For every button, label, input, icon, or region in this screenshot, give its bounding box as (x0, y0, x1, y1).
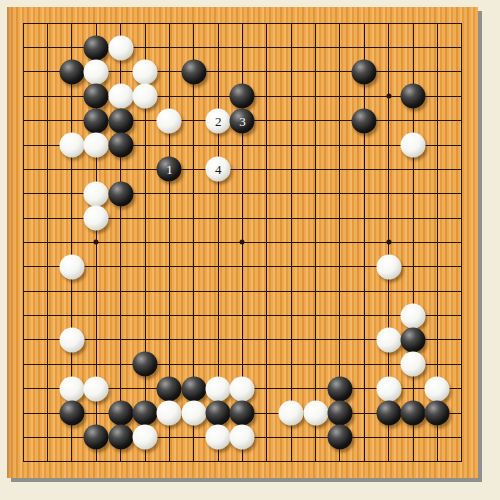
intersection-sl[interactable] (450, 279, 474, 303)
intersection-oh[interactable] (352, 182, 376, 206)
intersection-nk[interactable] (328, 255, 352, 279)
intersection-df[interactable] (84, 133, 108, 157)
intersection-gg[interactable]: 1 (157, 157, 181, 181)
intersection-jk[interactable] (230, 255, 254, 279)
intersection-oa[interactable] (352, 11, 376, 35)
intersection-qi[interactable] (401, 206, 425, 230)
intersection-ck[interactable] (60, 255, 84, 279)
intersection-ch[interactable] (60, 182, 84, 206)
intersection-sd[interactable] (450, 84, 474, 108)
intersection-fe[interactable] (133, 108, 157, 132)
intersection-ks[interactable] (255, 450, 279, 474)
intersection-ic[interactable] (206, 60, 230, 84)
intersection-ln[interactable] (279, 328, 303, 352)
intersection-km[interactable] (255, 303, 279, 327)
intersection-pj[interactable] (377, 230, 401, 254)
intersection-mn[interactable] (303, 328, 327, 352)
intersection-ls[interactable] (279, 450, 303, 474)
intersection-be[interactable] (35, 108, 59, 132)
intersection-ak[interactable] (11, 255, 35, 279)
intersection-rj[interactable] (425, 230, 449, 254)
intersection-lm[interactable] (279, 303, 303, 327)
intersection-cs[interactable] (60, 450, 84, 474)
intersection-rs[interactable] (425, 450, 449, 474)
intersection-ca[interactable] (60, 11, 84, 35)
intersection-hs[interactable] (182, 450, 206, 474)
intersection-jg[interactable] (230, 157, 254, 181)
intersection-mp[interactable] (303, 377, 327, 401)
intersection-db[interactable] (84, 35, 108, 59)
intersection-bb[interactable] (35, 35, 59, 59)
intersection-an[interactable] (11, 328, 35, 352)
intersection-lp[interactable] (279, 377, 303, 401)
intersection-pp[interactable] (377, 377, 401, 401)
intersection-no[interactable] (328, 352, 352, 376)
intersection-kj[interactable] (255, 230, 279, 254)
intersection-oo[interactable] (352, 352, 376, 376)
intersection-dm[interactable] (84, 303, 108, 327)
intersection-ge[interactable] (157, 108, 181, 132)
intersection-pn[interactable] (377, 328, 401, 352)
intersection-fm[interactable] (133, 303, 157, 327)
intersection-hl[interactable] (182, 279, 206, 303)
intersection-as[interactable] (11, 450, 35, 474)
intersection-bl[interactable] (35, 279, 59, 303)
intersection-cr[interactable] (60, 425, 84, 449)
intersection-sb[interactable] (450, 35, 474, 59)
intersection-qh[interactable] (401, 182, 425, 206)
intersection-mg[interactable] (303, 157, 327, 181)
intersection-mf[interactable] (303, 133, 327, 157)
intersection-ee[interactable] (108, 108, 132, 132)
intersection-hk[interactable] (182, 255, 206, 279)
intersection-mr[interactable] (303, 425, 327, 449)
intersection-rg[interactable] (425, 157, 449, 181)
intersection-cm[interactable] (60, 303, 84, 327)
intersection-bg[interactable] (35, 157, 59, 181)
intersection-kp[interactable] (255, 377, 279, 401)
intersection-co[interactable] (60, 352, 84, 376)
intersection-ng[interactable] (328, 157, 352, 181)
intersection-sp[interactable] (450, 377, 474, 401)
intersection-hp[interactable] (182, 377, 206, 401)
intersection-mc[interactable] (303, 60, 327, 84)
intersection-cl[interactable] (60, 279, 84, 303)
intersection-si[interactable] (450, 206, 474, 230)
intersection-di[interactable] (84, 206, 108, 230)
intersection-fg[interactable] (133, 157, 157, 181)
intersection-fd[interactable] (133, 84, 157, 108)
intersection-ga[interactable] (157, 11, 181, 35)
intersection-ff[interactable] (133, 133, 157, 157)
intersection-dq[interactable] (84, 401, 108, 425)
intersection-pb[interactable] (377, 35, 401, 59)
intersection-nn[interactable] (328, 328, 352, 352)
intersection-ih[interactable] (206, 182, 230, 206)
intersection-fr[interactable] (133, 425, 157, 449)
intersection-oj[interactable] (352, 230, 376, 254)
intersection-lq[interactable] (279, 401, 303, 425)
intersection-pl[interactable] (377, 279, 401, 303)
intersection-en[interactable] (108, 328, 132, 352)
intersection-il[interactable] (206, 279, 230, 303)
intersection-ed[interactable] (108, 84, 132, 108)
intersection-fn[interactable] (133, 328, 157, 352)
intersection-gk[interactable] (157, 255, 181, 279)
intersection-nf[interactable] (328, 133, 352, 157)
intersection-cd[interactable] (60, 84, 84, 108)
intersection-ok[interactable] (352, 255, 376, 279)
intersection-kb[interactable] (255, 35, 279, 59)
intersection-kf[interactable] (255, 133, 279, 157)
intersection-bk[interactable] (35, 255, 59, 279)
intersection-ij[interactable] (206, 230, 230, 254)
intersection-ji[interactable] (230, 206, 254, 230)
intersection-cg[interactable] (60, 157, 84, 181)
intersection-fh[interactable] (133, 182, 157, 206)
intersection-fk[interactable] (133, 255, 157, 279)
intersection-ie[interactable]: 2 (206, 108, 230, 132)
intersection-bh[interactable] (35, 182, 59, 206)
intersection-ld[interactable] (279, 84, 303, 108)
intersection-gc[interactable] (157, 60, 181, 84)
intersection-ad[interactable] (11, 84, 35, 108)
intersection-es[interactable] (108, 450, 132, 474)
intersection-ej[interactable] (108, 230, 132, 254)
intersection-rn[interactable] (425, 328, 449, 352)
intersection-rk[interactable] (425, 255, 449, 279)
intersection-ll[interactable] (279, 279, 303, 303)
intersection-rq[interactable] (425, 401, 449, 425)
intersection-mi[interactable] (303, 206, 327, 230)
intersection-sk[interactable] (450, 255, 474, 279)
intersection-pi[interactable] (377, 206, 401, 230)
intersection-hj[interactable] (182, 230, 206, 254)
intersection-gq[interactable] (157, 401, 181, 425)
intersection-lr[interactable] (279, 425, 303, 449)
intersection-nq[interactable] (328, 401, 352, 425)
intersection-re[interactable] (425, 108, 449, 132)
intersection-pr[interactable] (377, 425, 401, 449)
intersection-ef[interactable] (108, 133, 132, 157)
intersection-he[interactable] (182, 108, 206, 132)
intersection-qk[interactable] (401, 255, 425, 279)
intersection-pk[interactable] (377, 255, 401, 279)
intersection-lk[interactable] (279, 255, 303, 279)
intersection-ab[interactable] (11, 35, 35, 59)
intersection-kh[interactable] (255, 182, 279, 206)
intersection-dc[interactable] (84, 60, 108, 84)
intersection-dp[interactable] (84, 377, 108, 401)
intersection-rl[interactable] (425, 279, 449, 303)
intersection-ag[interactable] (11, 157, 35, 181)
intersection-bs[interactable] (35, 450, 59, 474)
intersection-im[interactable] (206, 303, 230, 327)
intersection-dj[interactable] (84, 230, 108, 254)
intersection-jj[interactable] (230, 230, 254, 254)
intersection-iq[interactable] (206, 401, 230, 425)
intersection-nc[interactable] (328, 60, 352, 84)
intersection-nr[interactable] (328, 425, 352, 449)
intersection-lf[interactable] (279, 133, 303, 157)
intersection-ps[interactable] (377, 450, 401, 474)
intersection-of[interactable] (352, 133, 376, 157)
intersection-oi[interactable] (352, 206, 376, 230)
intersection-jh[interactable] (230, 182, 254, 206)
intersection-ap[interactable] (11, 377, 35, 401)
intersection-nj[interactable] (328, 230, 352, 254)
intersection-ro[interactable] (425, 352, 449, 376)
intersection-pm[interactable] (377, 303, 401, 327)
intersection-pc[interactable] (377, 60, 401, 84)
intersection-dd[interactable] (84, 84, 108, 108)
intersection-cn[interactable] (60, 328, 84, 352)
intersection-ei[interactable] (108, 206, 132, 230)
intersection-eo[interactable] (108, 352, 132, 376)
intersection-bi[interactable] (35, 206, 59, 230)
intersection-fq[interactable] (133, 401, 157, 425)
intersection-ph[interactable] (377, 182, 401, 206)
intersection-pf[interactable] (377, 133, 401, 157)
intersection-qp[interactable] (401, 377, 425, 401)
intersection-ep[interactable] (108, 377, 132, 401)
intersection-de[interactable] (84, 108, 108, 132)
intersection-hm[interactable] (182, 303, 206, 327)
intersection-lc[interactable] (279, 60, 303, 84)
intersection-nd[interactable] (328, 84, 352, 108)
intersection-ii[interactable] (206, 206, 230, 230)
intersection-ao[interactable] (11, 352, 35, 376)
intersection-ob[interactable] (352, 35, 376, 59)
intersection-nl[interactable] (328, 279, 352, 303)
intersection-pa[interactable] (377, 11, 401, 35)
intersection-fj[interactable] (133, 230, 157, 254)
intersection-np[interactable] (328, 377, 352, 401)
intersection-oq[interactable] (352, 401, 376, 425)
intersection-cb[interactable] (60, 35, 84, 59)
intersection-qa[interactable] (401, 11, 425, 35)
intersection-bf[interactable] (35, 133, 59, 157)
intersection-mj[interactable] (303, 230, 327, 254)
intersection-sa[interactable] (450, 11, 474, 35)
intersection-gj[interactable] (157, 230, 181, 254)
intersection-is[interactable] (206, 450, 230, 474)
intersection-nb[interactable] (328, 35, 352, 59)
intersection-ms[interactable] (303, 450, 327, 474)
intersection-mm[interactable] (303, 303, 327, 327)
intersection-ol[interactable] (352, 279, 376, 303)
intersection-ik[interactable] (206, 255, 230, 279)
intersection-qr[interactable] (401, 425, 425, 449)
intersection-io[interactable] (206, 352, 230, 376)
intersection-mo[interactable] (303, 352, 327, 376)
intersection-ci[interactable] (60, 206, 84, 230)
intersection-jb[interactable] (230, 35, 254, 59)
intersection-am[interactable] (11, 303, 35, 327)
intersection-bc[interactable] (35, 60, 59, 84)
intersection-kn[interactable] (255, 328, 279, 352)
intersection-gm[interactable] (157, 303, 181, 327)
intersection-hb[interactable] (182, 35, 206, 59)
intersection-sq[interactable] (450, 401, 474, 425)
intersection-oe[interactable] (352, 108, 376, 132)
intersection-aj[interactable] (11, 230, 35, 254)
intersection-em[interactable] (108, 303, 132, 327)
intersection-if[interactable] (206, 133, 230, 157)
intersection-os[interactable] (352, 450, 376, 474)
intersection-na[interactable] (328, 11, 352, 35)
intersection-jq[interactable] (230, 401, 254, 425)
intersection-sg[interactable] (450, 157, 474, 181)
intersection-jf[interactable] (230, 133, 254, 157)
intersection-ea[interactable] (108, 11, 132, 35)
intersection-fi[interactable] (133, 206, 157, 230)
intersection-sm[interactable] (450, 303, 474, 327)
intersection-jm[interactable] (230, 303, 254, 327)
intersection-al[interactable] (11, 279, 35, 303)
intersection-ns[interactable] (328, 450, 352, 474)
intersection-so[interactable] (450, 352, 474, 376)
intersection-hf[interactable] (182, 133, 206, 157)
intersection-eq[interactable] (108, 401, 132, 425)
intersection-qc[interactable] (401, 60, 425, 84)
intersection-od[interactable] (352, 84, 376, 108)
intersection-jd[interactable] (230, 84, 254, 108)
intersection-do[interactable] (84, 352, 108, 376)
intersection-bd[interactable] (35, 84, 59, 108)
intersection-fs[interactable] (133, 450, 157, 474)
intersection-nh[interactable] (328, 182, 352, 206)
intersection-ml[interactable] (303, 279, 327, 303)
intersection-ql[interactable] (401, 279, 425, 303)
intersection-af[interactable] (11, 133, 35, 157)
intersection-gr[interactable] (157, 425, 181, 449)
intersection-ri[interactable] (425, 206, 449, 230)
intersection-rh[interactable] (425, 182, 449, 206)
intersection-in[interactable] (206, 328, 230, 352)
intersection-gf[interactable] (157, 133, 181, 157)
intersection-sh[interactable] (450, 182, 474, 206)
intersection-ma[interactable] (303, 11, 327, 35)
intersection-ar[interactable] (11, 425, 35, 449)
intersection-rb[interactable] (425, 35, 449, 59)
intersection-ig[interactable]: 4 (206, 157, 230, 181)
intersection-qg[interactable] (401, 157, 425, 181)
intersection-ss[interactable] (450, 450, 474, 474)
intersection-ib[interactable] (206, 35, 230, 59)
intersection-sf[interactable] (450, 133, 474, 157)
intersection-dk[interactable] (84, 255, 108, 279)
intersection-eh[interactable] (108, 182, 132, 206)
intersection-jc[interactable] (230, 60, 254, 84)
intersection-gl[interactable] (157, 279, 181, 303)
intersection-op[interactable] (352, 377, 376, 401)
intersection-bo[interactable] (35, 352, 59, 376)
intersection-pg[interactable] (377, 157, 401, 181)
intersection-js[interactable] (230, 450, 254, 474)
intersection-ba[interactable] (35, 11, 59, 35)
intersection-cj[interactable] (60, 230, 84, 254)
intersection-ko[interactable] (255, 352, 279, 376)
intersection-md[interactable] (303, 84, 327, 108)
intersection-qs[interactable] (401, 450, 425, 474)
intersection-rd[interactable] (425, 84, 449, 108)
intersection-sr[interactable] (450, 425, 474, 449)
intersection-ec[interactable] (108, 60, 132, 84)
intersection-ir[interactable] (206, 425, 230, 449)
intersection-kl[interactable] (255, 279, 279, 303)
intersection-eg[interactable] (108, 157, 132, 181)
intersection-hr[interactable] (182, 425, 206, 449)
intersection-kd[interactable] (255, 84, 279, 108)
intersection-dh[interactable] (84, 182, 108, 206)
go-board-grid[interactable]: 2314 (11, 11, 474, 474)
intersection-qn[interactable] (401, 328, 425, 352)
intersection-ke[interactable] (255, 108, 279, 132)
intersection-dl[interactable] (84, 279, 108, 303)
intersection-lj[interactable] (279, 230, 303, 254)
intersection-pq[interactable] (377, 401, 401, 425)
intersection-pe[interactable] (377, 108, 401, 132)
intersection-ne[interactable] (328, 108, 352, 132)
intersection-ho[interactable] (182, 352, 206, 376)
intersection-qf[interactable] (401, 133, 425, 157)
intersection-po[interactable] (377, 352, 401, 376)
intersection-og[interactable] (352, 157, 376, 181)
intersection-cf[interactable] (60, 133, 84, 157)
intersection-qj[interactable] (401, 230, 425, 254)
intersection-ah[interactable] (11, 182, 35, 206)
intersection-lh[interactable] (279, 182, 303, 206)
intersection-or[interactable] (352, 425, 376, 449)
intersection-gd[interactable] (157, 84, 181, 108)
intersection-bm[interactable] (35, 303, 59, 327)
intersection-hq[interactable] (182, 401, 206, 425)
intersection-nm[interactable] (328, 303, 352, 327)
intersection-br[interactable] (35, 425, 59, 449)
intersection-qe[interactable] (401, 108, 425, 132)
intersection-ai[interactable] (11, 206, 35, 230)
intersection-jo[interactable] (230, 352, 254, 376)
intersection-fc[interactable] (133, 60, 157, 84)
intersection-hh[interactable] (182, 182, 206, 206)
intersection-jn[interactable] (230, 328, 254, 352)
intersection-ip[interactable] (206, 377, 230, 401)
intersection-qd[interactable] (401, 84, 425, 108)
intersection-sj[interactable] (450, 230, 474, 254)
intersection-rr[interactable] (425, 425, 449, 449)
intersection-dn[interactable] (84, 328, 108, 352)
intersection-ni[interactable] (328, 206, 352, 230)
intersection-pd[interactable] (377, 84, 401, 108)
intersection-gn[interactable] (157, 328, 181, 352)
intersection-sc[interactable] (450, 60, 474, 84)
intersection-fp[interactable] (133, 377, 157, 401)
intersection-da[interactable] (84, 11, 108, 35)
intersection-kc[interactable] (255, 60, 279, 84)
intersection-mq[interactable] (303, 401, 327, 425)
intersection-gi[interactable] (157, 206, 181, 230)
intersection-hd[interactable] (182, 84, 206, 108)
intersection-on[interactable] (352, 328, 376, 352)
intersection-aa[interactable] (11, 11, 35, 35)
intersection-gb[interactable] (157, 35, 181, 59)
intersection-lo[interactable] (279, 352, 303, 376)
intersection-ja[interactable] (230, 11, 254, 35)
intersection-go[interactable] (157, 352, 181, 376)
intersection-ac[interactable] (11, 60, 35, 84)
intersection-fb[interactable] (133, 35, 157, 59)
